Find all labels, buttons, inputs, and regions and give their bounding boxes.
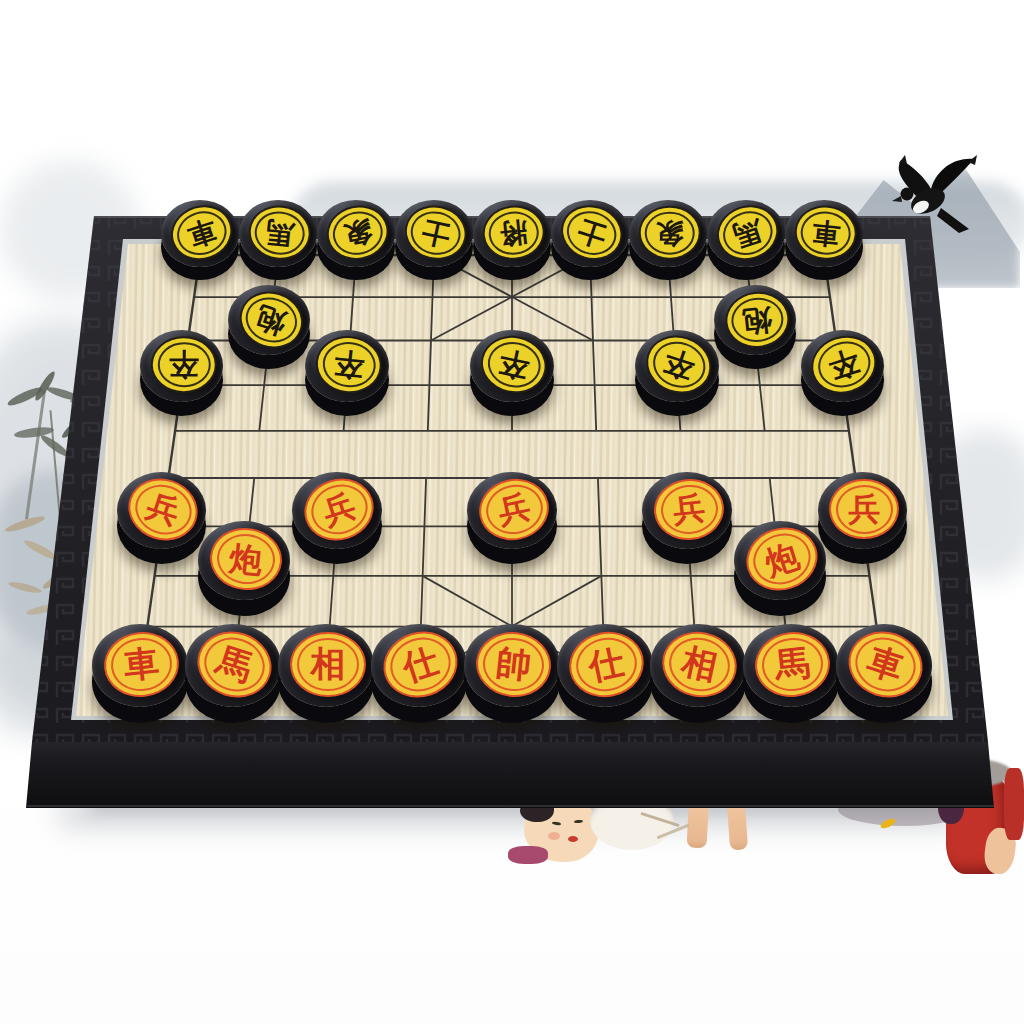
piece-character: 炮	[228, 541, 264, 577]
xiangqi-piece-red-advisor[interactable]: 仕	[371, 624, 467, 723]
piece-body: 將	[473, 200, 551, 267]
xiangqi-piece-red-soldier[interactable]: 兵	[642, 472, 732, 564]
xiangqi-piece-black-soldier[interactable]: 卒	[305, 330, 389, 416]
piece-body: 卒	[801, 330, 885, 402]
xiangqi-piece-red-elephant[interactable]: 相	[650, 624, 746, 723]
piece-face: 車	[840, 622, 931, 707]
piece-character: 卒	[169, 350, 199, 380]
xiangqi-piece-red-soldier[interactable]: 兵	[117, 472, 207, 564]
piece-face: 仕	[564, 625, 651, 704]
piece-character: 炮	[253, 301, 290, 338]
xiangqi-piece-black-advisor[interactable]: 士	[395, 200, 473, 280]
xiangqi-piece-red-horse[interactable]: 馬	[185, 624, 281, 723]
piece-face: 兵	[651, 475, 727, 543]
piece-body: 卒	[140, 330, 224, 402]
piece-face: 炮	[232, 283, 311, 356]
piece-body: 象	[629, 200, 707, 267]
xiangqi-piece-red-horse[interactable]: 馬	[743, 624, 839, 723]
piece-character: 仕	[586, 644, 628, 686]
piece-character: 兵	[672, 491, 707, 526]
xiangqi-piece-black-elephant[interactable]: 象	[317, 200, 395, 280]
piece-character: 兵	[848, 493, 880, 525]
piece-body: 炮	[714, 285, 796, 355]
piece-body: 相	[278, 624, 374, 707]
piece-face: 兵	[829, 479, 899, 540]
piece-face: 馬	[189, 622, 280, 707]
piece-face: 炮	[722, 288, 792, 350]
piece-body: 炮	[228, 285, 310, 355]
piece-body: 馬	[239, 200, 317, 267]
piece-face: 將	[480, 202, 547, 262]
piece-body: 炮	[734, 521, 826, 600]
piece-body: 兵	[467, 472, 557, 549]
piece-face: 兵	[121, 469, 207, 549]
piece-character: 馬	[730, 215, 765, 250]
xiangqi-piece-black-soldier[interactable]: 卒	[635, 330, 719, 416]
piece-body: 車	[92, 624, 188, 707]
piece-character: 士	[419, 216, 452, 249]
xiangqi-piece-black-cannon[interactable]: 炮	[714, 285, 796, 369]
piece-body: 卒	[305, 330, 389, 402]
piece-character: 車	[184, 215, 219, 250]
xiangqi-piece-red-soldier[interactable]: 兵	[292, 472, 382, 564]
piece-body: 象	[317, 200, 395, 267]
piece-face: 車	[101, 628, 182, 701]
piece-character: 車	[864, 642, 908, 686]
piece-face: 士	[554, 197, 629, 267]
piece-body: 兵	[117, 472, 207, 549]
piece-character: 相	[310, 647, 345, 682]
xiangqi-piece-black-horse[interactable]: 馬	[239, 200, 317, 280]
pieces-layer: 車馬象士將士象馬車炮炮卒卒卒卒卒兵兵兵兵兵炮炮車馬相仕帥仕相馬車	[0, 0, 1024, 1024]
piece-face: 帥	[473, 628, 554, 701]
piece-face: 士	[400, 200, 472, 265]
piece-character: 卒	[660, 346, 698, 384]
xiangqi-piece-red-cannon[interactable]: 炮	[734, 521, 826, 616]
xiangqi-piece-red-elephant[interactable]: 相	[278, 624, 374, 723]
xiangqi-piece-black-elephant[interactable]: 象	[629, 200, 707, 280]
piece-face: 象	[322, 200, 394, 265]
piece-face: 象	[639, 206, 701, 260]
piece-character: 相	[679, 644, 721, 686]
piece-body: 馬	[185, 624, 281, 707]
xiangqi-piece-black-soldier[interactable]: 卒	[140, 330, 224, 416]
piece-body: 炮	[198, 521, 290, 600]
piece-character: 炮	[761, 539, 803, 581]
piece-body: 相	[650, 624, 746, 707]
xiangqi-piece-red-chariot[interactable]: 車	[92, 624, 188, 723]
piece-character: 卒	[825, 346, 863, 384]
piece-face: 兵	[296, 469, 382, 549]
product-photo-scene: 車馬象士將士象馬車炮炮卒卒卒卒卒兵兵兵兵兵炮炮車馬相仕帥仕相馬車	[0, 0, 1024, 1024]
piece-character: 車	[123, 645, 161, 683]
piece-face: 卒	[151, 336, 217, 393]
piece-body: 兵	[292, 472, 382, 549]
piece-character: 兵	[319, 489, 359, 529]
piece-body: 仕	[371, 624, 467, 707]
piece-face: 馬	[752, 628, 833, 701]
piece-face: 卒	[804, 328, 884, 403]
piece-character: 象	[341, 216, 374, 249]
xiangqi-piece-black-cannon[interactable]: 炮	[228, 285, 310, 369]
xiangqi-piece-red-soldier[interactable]: 兵	[467, 472, 557, 564]
piece-body: 卒	[470, 330, 554, 402]
piece-body: 馬	[743, 624, 839, 707]
piece-face: 相	[290, 632, 365, 697]
piece-character: 馬	[213, 642, 257, 686]
piece-face: 炮	[738, 519, 826, 600]
piece-character: 馬	[265, 217, 296, 248]
piece-face: 炮	[207, 525, 285, 594]
piece-character: 馬	[774, 645, 812, 683]
piece-body: 馬	[707, 200, 785, 267]
piece-body: 士	[551, 200, 629, 267]
xiangqi-piece-black-soldier[interactable]: 卒	[470, 330, 554, 416]
piece-face: 卒	[476, 330, 552, 400]
piece-body: 車	[161, 200, 239, 267]
xiangqi-piece-black-chariot[interactable]: 車	[161, 200, 239, 280]
piece-character: 兵	[143, 489, 183, 529]
piece-face: 卒	[313, 333, 384, 397]
xiangqi-piece-black-chariot[interactable]: 車	[785, 200, 863, 280]
piece-face: 車	[792, 202, 859, 262]
piece-face: 卒	[639, 328, 719, 403]
xiangqi-piece-red-advisor[interactable]: 仕	[557, 624, 653, 723]
piece-face: 相	[657, 625, 744, 704]
xiangqi-piece-black-horse[interactable]: 馬	[707, 200, 785, 280]
piece-character: 仕	[399, 642, 443, 686]
piece-character: 士	[574, 215, 609, 250]
xiangqi-piece-black-soldier[interactable]: 卒	[801, 330, 885, 416]
xiangqi-piece-red-general[interactable]: 帥	[464, 624, 560, 723]
xiangqi-piece-black-general[interactable]: 將	[473, 200, 551, 280]
piece-body: 兵	[642, 472, 732, 549]
xiangqi-piece-black-advisor[interactable]: 士	[551, 200, 629, 280]
piece-face: 仕	[375, 622, 466, 707]
piece-character: 卒	[332, 348, 365, 381]
piece-character: 卒	[496, 347, 532, 383]
piece-face: 兵	[473, 472, 554, 546]
piece-body: 卒	[635, 330, 719, 402]
piece-body: 車	[785, 200, 863, 267]
piece-character: 象	[656, 218, 684, 246]
piece-body: 兵	[818, 472, 908, 549]
piece-face: 馬	[710, 197, 785, 267]
piece-body: 仕	[557, 624, 653, 707]
piece-face: 車	[164, 197, 239, 267]
piece-character: 兵	[495, 490, 533, 528]
piece-character: 車	[811, 217, 842, 248]
piece-body: 士	[395, 200, 473, 267]
piece-character: 炮	[741, 304, 773, 336]
piece-face: 馬	[246, 202, 313, 262]
piece-body: 車	[836, 624, 932, 707]
xiangqi-piece-red-cannon[interactable]: 炮	[198, 521, 290, 616]
xiangqi-piece-red-soldier[interactable]: 兵	[818, 472, 908, 564]
xiangqi-piece-red-chariot[interactable]: 車	[836, 624, 932, 723]
piece-character: 將	[499, 217, 530, 248]
piece-body: 帥	[464, 624, 560, 707]
piece-character: 帥	[495, 645, 533, 683]
